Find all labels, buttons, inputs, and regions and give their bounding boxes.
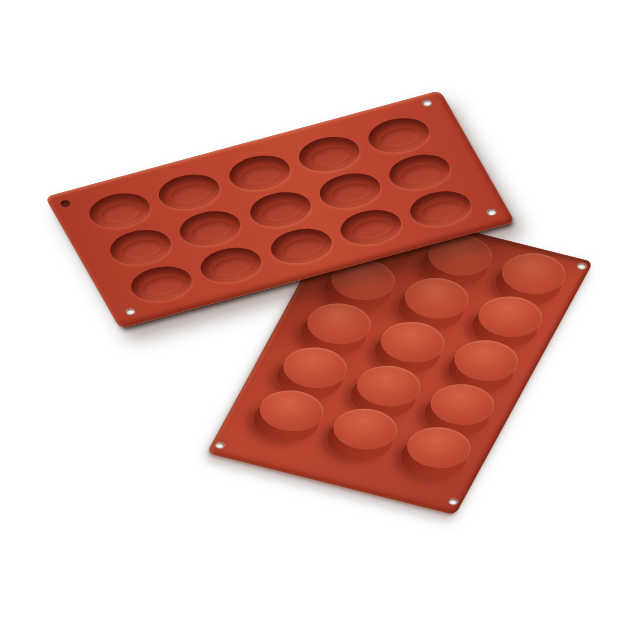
mold-cavity (221, 150, 296, 196)
mold-cavity (194, 242, 269, 288)
cavity-floor (257, 198, 305, 225)
cavity-floor (348, 216, 396, 243)
mold-cavity (103, 224, 178, 270)
mold-cavity (124, 261, 199, 307)
product-photo (0, 0, 640, 640)
cavity-floor (208, 254, 256, 281)
mold-cavity (291, 131, 366, 177)
cavity-floor (376, 124, 424, 151)
mold-cavity (82, 187, 157, 233)
mold-cavity (403, 186, 478, 232)
cavity-floor (397, 161, 445, 188)
mold-cavity (263, 223, 338, 269)
cavity-floor (187, 217, 235, 244)
cavity-floor (118, 236, 166, 263)
cavity-floor (166, 180, 214, 207)
mold-cavity (173, 205, 248, 251)
cavity-floor (306, 142, 354, 169)
cavity-floor (327, 179, 375, 206)
mold-cavity (382, 149, 457, 195)
mold-cavity (152, 168, 227, 214)
cavity-floor (278, 235, 326, 262)
mold-cavity (312, 168, 387, 214)
mold-cavity (242, 186, 317, 232)
cavity-floor (97, 199, 145, 226)
cavity-floor (418, 197, 466, 224)
cavity-floor (236, 161, 284, 188)
cavity-floor (139, 273, 187, 300)
mold-cavity (361, 112, 436, 158)
mold-cavity (333, 205, 408, 251)
